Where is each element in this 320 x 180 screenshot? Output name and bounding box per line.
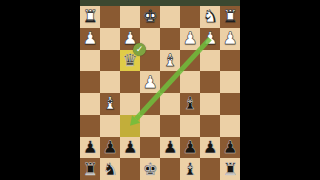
- square-a8[interactable]: ♜: [220, 158, 240, 180]
- square-a5[interactable]: [220, 93, 240, 115]
- chess-board[interactable]: ♜♚♞♜♟♟♟♟♟♛♝♟♝♝♟♟♟♟♟♟♟♜♞♚♝♜: [80, 6, 240, 180]
- square-f5[interactable]: [120, 93, 140, 115]
- best-move-badge: ✓: [133, 43, 146, 56]
- square-h8[interactable]: ♜: [80, 158, 100, 180]
- black-pawn: ♟: [82, 138, 97, 155]
- square-b1[interactable]: ♞: [200, 6, 220, 28]
- square-f6[interactable]: [120, 115, 140, 137]
- square-h6[interactable]: [80, 115, 100, 137]
- square-f8[interactable]: [120, 158, 140, 180]
- square-c8[interactable]: ♝: [180, 158, 200, 180]
- square-d1[interactable]: [160, 6, 180, 28]
- white-rook: ♜: [82, 8, 97, 25]
- square-d3[interactable]: ♝: [160, 50, 180, 72]
- square-e7[interactable]: [140, 137, 160, 159]
- square-a6[interactable]: [220, 115, 240, 137]
- square-d6[interactable]: [160, 115, 180, 137]
- black-pawn: ♟: [162, 138, 177, 155]
- square-g3[interactable]: [100, 50, 120, 72]
- square-h4[interactable]: [80, 71, 100, 93]
- square-e8[interactable]: ♚: [140, 158, 160, 180]
- square-f7[interactable]: ♟: [120, 137, 140, 159]
- square-b5[interactable]: [200, 93, 220, 115]
- black-bishop: ♝: [182, 160, 197, 177]
- square-a4[interactable]: [220, 71, 240, 93]
- square-c5[interactable]: ♝: [180, 93, 200, 115]
- square-h2[interactable]: ♟: [80, 28, 100, 50]
- square-g8[interactable]: ♞: [100, 158, 120, 180]
- square-e1[interactable]: ♚: [140, 6, 160, 28]
- white-rook: ♜: [222, 8, 237, 25]
- square-e4[interactable]: ♟: [140, 71, 160, 93]
- square-c2[interactable]: ♟: [180, 28, 200, 50]
- white-pawn: ♟: [222, 30, 237, 47]
- square-b3[interactable]: [200, 50, 220, 72]
- square-e5[interactable]: [140, 93, 160, 115]
- black-pawn: ♟: [182, 138, 197, 155]
- black-pawn: ♟: [222, 138, 237, 155]
- square-g1[interactable]: [100, 6, 120, 28]
- square-c4[interactable]: [180, 71, 200, 93]
- square-h7[interactable]: ♟: [80, 137, 100, 159]
- white-king: ♚: [142, 8, 157, 25]
- square-a2[interactable]: ♟: [220, 28, 240, 50]
- square-c3[interactable]: [180, 50, 200, 72]
- square-h3[interactable]: [80, 50, 100, 72]
- video-frame: ♜♚♞♜♟♟♟♟♟♛♝♟♝♝♟♟♟♟♟♟♟♜♞♚♝♜ ✓: [0, 0, 320, 180]
- white-bishop: ♝: [102, 95, 117, 112]
- checkmark-icon: ✓: [136, 45, 144, 54]
- square-b4[interactable]: [200, 71, 220, 93]
- square-b6[interactable]: [200, 115, 220, 137]
- square-h5[interactable]: [80, 93, 100, 115]
- square-e6[interactable]: [140, 115, 160, 137]
- white-pawn: ♟: [82, 30, 97, 47]
- square-b2[interactable]: ♟: [200, 28, 220, 50]
- square-g4[interactable]: [100, 71, 120, 93]
- black-bishop: ♝: [182, 95, 197, 112]
- square-d5[interactable]: [160, 93, 180, 115]
- black-king: ♚: [142, 160, 157, 177]
- black-pawn: ♟: [102, 138, 117, 155]
- square-g6[interactable]: [100, 115, 120, 137]
- white-pawn: ♟: [182, 30, 197, 47]
- square-g7[interactable]: ♟: [100, 137, 120, 159]
- square-a1[interactable]: ♜: [220, 6, 240, 28]
- square-b8[interactable]: [200, 158, 220, 180]
- square-g2[interactable]: [100, 28, 120, 50]
- square-h1[interactable]: ♜: [80, 6, 100, 28]
- square-a3[interactable]: [220, 50, 240, 72]
- white-pawn: ♟: [202, 30, 217, 47]
- black-knight: ♞: [102, 160, 117, 177]
- white-knight: ♞: [202, 8, 217, 25]
- square-b7[interactable]: ♟: [200, 137, 220, 159]
- square-c1[interactable]: [180, 6, 200, 28]
- square-c7[interactable]: ♟: [180, 137, 200, 159]
- black-rook: ♜: [222, 160, 237, 177]
- white-bishop: ♝: [162, 51, 177, 68]
- square-c6[interactable]: [180, 115, 200, 137]
- square-f4[interactable]: [120, 71, 140, 93]
- square-d4[interactable]: [160, 71, 180, 93]
- letterbox-right: [240, 0, 320, 180]
- white-pawn: ♟: [142, 73, 157, 90]
- black-pawn: ♟: [202, 138, 217, 155]
- square-d7[interactable]: ♟: [160, 137, 180, 159]
- square-d8[interactable]: [160, 158, 180, 180]
- square-a7[interactable]: ♟: [220, 137, 240, 159]
- black-pawn: ♟: [122, 138, 137, 155]
- black-rook: ♜: [82, 160, 97, 177]
- square-f1[interactable]: [120, 6, 140, 28]
- square-d2[interactable]: [160, 28, 180, 50]
- letterbox-left: [0, 0, 80, 180]
- square-g5[interactable]: ♝: [100, 93, 120, 115]
